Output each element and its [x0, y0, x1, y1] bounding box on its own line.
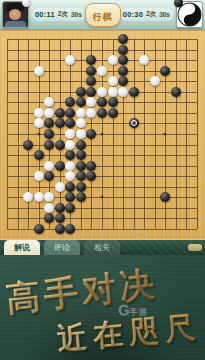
stone-black[interactable]	[171, 87, 181, 97]
stone-white[interactable]	[108, 76, 118, 86]
app-logo-text: 行棋	[93, 12, 113, 22]
stone-black[interactable]	[55, 213, 65, 223]
grid-line-vertical	[186, 39, 187, 229]
stone-black[interactable]	[118, 55, 128, 65]
stone-black[interactable]	[65, 182, 75, 192]
stone-white[interactable]	[86, 108, 96, 118]
stone-black[interactable]	[34, 150, 44, 160]
stone-black[interactable]	[55, 203, 65, 213]
stone-black[interactable]	[118, 66, 128, 76]
stone-white[interactable]	[44, 203, 54, 213]
stone-black[interactable]	[86, 87, 96, 97]
go-board[interactable]	[0, 31, 205, 239]
stone-black[interactable]	[97, 97, 107, 107]
stone-white[interactable]	[44, 97, 54, 107]
stone-black[interactable]	[65, 97, 75, 107]
right-player-periods: 2次	[146, 10, 156, 19]
grid-line-horizontal	[7, 218, 197, 219]
stone-white[interactable]	[150, 76, 160, 86]
stone-white[interactable]	[34, 192, 44, 202]
hoshi-point	[100, 196, 103, 199]
stone-black[interactable]	[76, 171, 86, 181]
stone-white[interactable]	[108, 87, 118, 97]
stone-black[interactable]	[86, 55, 96, 65]
stone-black[interactable]	[76, 182, 86, 192]
stone-black[interactable]	[86, 171, 96, 181]
stone-white[interactable]	[65, 161, 75, 171]
stone-white[interactable]	[86, 97, 96, 107]
right-player-info: 00:30 2次 30s	[120, 8, 173, 21]
stone-black[interactable]	[76, 140, 86, 150]
stone-black-last-move[interactable]	[129, 118, 139, 128]
stone-black[interactable]	[65, 150, 75, 160]
watermark-logo: G手游	[118, 300, 148, 318]
left-player-avatar[interactable]	[2, 1, 29, 28]
grid-line-vertical	[113, 39, 114, 229]
stone-black[interactable]	[55, 140, 65, 150]
stone-black[interactable]	[76, 192, 86, 202]
stone-black[interactable]	[108, 108, 118, 118]
stone-white[interactable]	[23, 192, 33, 202]
right-player-clock: 00:30	[123, 10, 143, 19]
stone-black[interactable]	[65, 192, 75, 202]
app-window: 00:11 2次 30s 行棋 00:30 2次 30s	[0, 0, 205, 360]
stone-black[interactable]	[55, 108, 65, 118]
hoshi-point	[37, 132, 40, 135]
stone-black[interactable]	[76, 150, 86, 160]
stone-white[interactable]	[44, 161, 54, 171]
right-player-period-time: 30s	[159, 11, 170, 18]
stone-white[interactable]	[108, 55, 118, 65]
stone-black[interactable]	[44, 171, 54, 181]
stone-black[interactable]	[97, 108, 107, 118]
avatar-body	[5, 21, 26, 27]
stone-black[interactable]	[55, 224, 65, 234]
stone-black[interactable]	[86, 76, 96, 86]
stone-white[interactable]	[65, 140, 75, 150]
stone-black[interactable]	[34, 224, 44, 234]
tab-related[interactable]: 相关	[84, 240, 120, 255]
stone-black[interactable]	[65, 203, 75, 213]
left-player-info: 00:11 2次 30s	[32, 8, 85, 21]
hoshi-point	[100, 132, 103, 135]
stone-white[interactable]	[34, 118, 44, 128]
stone-black[interactable]	[76, 161, 86, 171]
stone-black[interactable]	[44, 118, 54, 128]
tab-comments[interactable]: 评论	[44, 240, 80, 255]
stone-black[interactable]	[118, 76, 128, 86]
grid-line-vertical	[155, 39, 156, 229]
stone-black[interactable]	[76, 97, 86, 107]
grid-line-horizontal	[7, 208, 197, 209]
stone-white[interactable]	[34, 171, 44, 181]
stone-black[interactable]	[44, 213, 54, 223]
left-player-clock: 00:11	[35, 10, 55, 19]
stone-black[interactable]	[108, 97, 118, 107]
promo-banner[interactable]: 高手对决 近在咫尺 G手游	[0, 255, 205, 360]
right-player-avatar[interactable]	[176, 1, 203, 28]
grid-line-vertical	[197, 39, 198, 229]
stone-white[interactable]	[76, 118, 86, 128]
grid-line-vertical	[134, 39, 135, 229]
white-stone-badge-icon	[22, 0, 31, 7]
grid-line-horizontal	[7, 187, 197, 188]
stone-white[interactable]	[76, 129, 86, 139]
stone-black[interactable]	[55, 161, 65, 171]
grid-line-vertical	[144, 39, 145, 229]
app-logo-ribbon: 行棋	[85, 3, 121, 27]
stone-white[interactable]	[34, 108, 44, 118]
stone-white[interactable]	[65, 55, 75, 65]
stone-black[interactable]	[76, 87, 86, 97]
stone-black[interactable]	[44, 129, 54, 139]
grid-line-vertical	[176, 39, 177, 229]
stone-black[interactable]	[118, 34, 128, 44]
stone-white[interactable]	[139, 55, 149, 65]
stone-white[interactable]	[118, 87, 128, 97]
stone-white[interactable]	[76, 108, 86, 118]
stone-white[interactable]	[97, 87, 107, 97]
stone-black[interactable]	[55, 118, 65, 128]
tab-bar-toggle-button[interactable]	[188, 244, 202, 251]
left-player-periods: 2次	[58, 10, 68, 19]
stone-black[interactable]	[118, 45, 128, 55]
stone-white[interactable]	[44, 192, 54, 202]
hoshi-point	[164, 132, 167, 135]
stone-black[interactable]	[86, 161, 96, 171]
left-player-period-time: 30s	[71, 11, 82, 18]
grid-line-horizontal	[7, 145, 197, 146]
tab-commentary[interactable]: 解说	[4, 240, 40, 255]
stone-white[interactable]	[44, 108, 54, 118]
stone-black[interactable]	[160, 66, 170, 76]
stone-black[interactable]	[86, 66, 96, 76]
stone-white[interactable]	[65, 171, 75, 181]
stone-white[interactable]	[34, 66, 44, 76]
stone-white[interactable]	[97, 66, 107, 76]
left-player-group: 00:11 2次 30s	[2, 1, 85, 28]
stone-black[interactable]	[65, 224, 75, 234]
stone-white[interactable]	[55, 182, 65, 192]
avatar-face	[9, 9, 21, 20]
stone-black[interactable]	[65, 108, 75, 118]
stone-black[interactable]	[44, 140, 54, 150]
stone-black[interactable]	[129, 87, 139, 97]
stone-black[interactable]	[65, 118, 75, 128]
stone-black[interactable]	[160, 192, 170, 202]
tab-bar: 解说 评论 相关	[0, 239, 205, 255]
grid-line-horizontal	[7, 166, 197, 167]
stone-black[interactable]	[23, 140, 33, 150]
top-bar: 00:11 2次 30s 行棋 00:30 2次 30s	[0, 0, 205, 31]
stone-black[interactable]	[86, 129, 96, 139]
stone-white[interactable]	[65, 129, 75, 139]
right-player-group: 00:30 2次 30s	[120, 1, 203, 28]
